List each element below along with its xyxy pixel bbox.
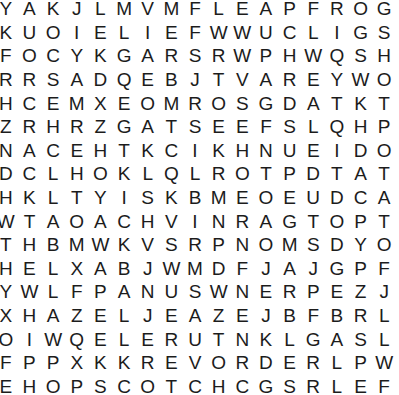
grid-cell-r4c8[interactable]: B (160, 68, 184, 92)
grid-cell-r15c10[interactable]: T (207, 327, 231, 351)
grid-cell-r1c9[interactable]: F (183, 0, 207, 21)
grid-cell-r7c8[interactable]: C (160, 139, 184, 163)
grid-cell-r14c10[interactable]: Z (207, 304, 231, 328)
grid-cell-r6c10[interactable]: E (207, 115, 231, 139)
grid-cell-r12c15[interactable]: G (325, 256, 349, 280)
grid-cell-r16c5[interactable]: K (89, 351, 113, 375)
grid-cell-r8c7[interactable]: L (136, 162, 160, 186)
grid-cell-r4c15[interactable]: Y (325, 68, 349, 92)
grid-cell-r1c3[interactable]: K (41, 0, 65, 21)
grid-cell-r2c9[interactable]: F (183, 21, 207, 45)
grid-cell-r9c17[interactable]: A (372, 186, 396, 210)
grid-cell-r10c8[interactable]: V (160, 209, 184, 233)
grid-cell-r13c5[interactable]: P (89, 280, 113, 304)
grid-cell-r9c8[interactable]: K (160, 186, 184, 210)
grid-cell-r5c1[interactable]: H (0, 91, 18, 115)
grid-cell-r15c5[interactable]: E (89, 327, 113, 351)
grid-cell-r5c8[interactable]: M (160, 91, 184, 115)
grid-cell-r14c17[interactable]: L (372, 304, 396, 328)
grid-cell-r8c6[interactable]: K (112, 162, 136, 186)
grid-cell-r2c5[interactable]: E (89, 21, 113, 45)
grid-cell-r15c14[interactable]: G (301, 327, 325, 351)
grid-cell-r17c14[interactable]: R (301, 374, 325, 395)
grid-cell-r7c10[interactable]: K (207, 139, 231, 163)
grid-cell-r15c2[interactable]: I (18, 327, 42, 351)
grid-cell-r4c11[interactable]: V (230, 68, 254, 92)
grid-cell-r4c9[interactable]: J (183, 68, 207, 92)
grid-cell-r14c16[interactable]: R (349, 304, 373, 328)
grid-cell-r13c7[interactable]: N (136, 280, 160, 304)
grid-cell-r8c4[interactable]: H (65, 162, 89, 186)
grid-cell-r6c13[interactable]: S (278, 115, 302, 139)
grid-cell-r15c15[interactable]: A (325, 327, 349, 351)
grid-cell-r17c4[interactable]: P (65, 374, 89, 395)
grid-cell-r8c11[interactable]: O (230, 162, 254, 186)
grid-cell-r17c1[interactable]: E (0, 374, 18, 395)
grid-cell-r10c14[interactable]: T (301, 209, 325, 233)
grid-cell-r17c15[interactable]: L (325, 374, 349, 395)
grid-cell-r9c7[interactable]: S (136, 186, 160, 210)
grid-cell-r14c9[interactable]: A (183, 304, 207, 328)
grid-cell-r11c8[interactable]: S (160, 233, 184, 257)
grid-cell-r10c13[interactable]: G (278, 209, 302, 233)
grid-cell-r10c16[interactable]: P (349, 209, 373, 233)
grid-cell-r17c16[interactable]: E (349, 374, 373, 395)
grid-cell-r5c10[interactable]: O (207, 91, 231, 115)
grid-cell-r2c4[interactable]: I (65, 21, 89, 45)
grid-cell-r5c12[interactable]: G (254, 91, 278, 115)
grid-cell-r16c8[interactable]: E (160, 351, 184, 375)
grid-cell-r2c13[interactable]: C (278, 21, 302, 45)
grid-cell-r13c17[interactable]: J (372, 280, 396, 304)
grid-cell-r17c9[interactable]: C (183, 374, 207, 395)
grid-cell-r17c10[interactable]: H (207, 374, 231, 395)
grid-cell-r11c2[interactable]: H (18, 233, 42, 257)
grid-cell-r13c14[interactable]: P (301, 280, 325, 304)
grid-cell-r6c6[interactable]: G (112, 115, 136, 139)
grid-cell-r13c11[interactable]: N (230, 280, 254, 304)
grid-cell-r11c9[interactable]: R (183, 233, 207, 257)
grid-cell-r12c2[interactable]: E (18, 256, 42, 280)
grid-cell-r16c15[interactable]: L (325, 351, 349, 375)
grid-cell-r6c12[interactable]: F (254, 115, 278, 139)
grid-cell-r15c12[interactable]: K (254, 327, 278, 351)
grid-cell-r16c6[interactable]: K (112, 351, 136, 375)
grid-cell-r13c13[interactable]: R (278, 280, 302, 304)
grid-cell-r10c17[interactable]: T (372, 209, 396, 233)
grid-cell-r1c17[interactable]: G (372, 0, 396, 21)
grid-cell-r6c16[interactable]: H (349, 115, 373, 139)
grid-cell-r10c6[interactable]: C (112, 209, 136, 233)
grid-cell-r4c5[interactable]: D (89, 68, 113, 92)
grid-cell-r11c13[interactable]: M (278, 233, 302, 257)
grid-cell-r4c3[interactable]: S (41, 68, 65, 92)
grid-cell-r9c4[interactable]: T (65, 186, 89, 210)
grid-cell-r7c17[interactable]: O (372, 139, 396, 163)
grid-cell-r15c3[interactable]: W (41, 327, 65, 351)
grid-cell-r5c3[interactable]: E (41, 91, 65, 115)
grid-cell-r12c5[interactable]: A (89, 256, 113, 280)
grid-cell-r5c16[interactable]: K (349, 91, 373, 115)
grid-cell-r2c7[interactable]: I (136, 21, 160, 45)
grid-cell-r7c15[interactable]: I (325, 139, 349, 163)
grid-cell-r16c2[interactable]: P (18, 351, 42, 375)
grid-cell-r9c14[interactable]: U (301, 186, 325, 210)
grid-cell-r15c7[interactable]: E (136, 327, 160, 351)
grid-cell-r5c6[interactable]: E (112, 91, 136, 115)
grid-cell-r8c5[interactable]: O (89, 162, 113, 186)
grid-cell-r6c4[interactable]: R (65, 115, 89, 139)
grid-cell-r5c9[interactable]: R (183, 91, 207, 115)
grid-cell-r10c12[interactable]: A (254, 209, 278, 233)
grid-cell-r2c10[interactable]: W (207, 21, 231, 45)
word-search-board: YAKJLMVMFLEAPFROGKUOIELIEFWWUCLIGSFOCYKG… (0, 0, 396, 395)
grid-cell-r3c11[interactable]: W (230, 44, 254, 68)
grid-cell-r4c1[interactable]: R (0, 68, 18, 92)
grid-cell-r14c5[interactable]: E (89, 304, 113, 328)
grid-cell-r8c13[interactable]: P (278, 162, 302, 186)
grid-cell-r1c4[interactable]: J (65, 0, 89, 21)
grid-cell-r6c5[interactable]: Z (89, 115, 113, 139)
grid-cell-r7c6[interactable]: T (112, 139, 136, 163)
grid-cell-r6c17[interactable]: P (372, 115, 396, 139)
grid-cell-r4c13[interactable]: R (278, 68, 302, 92)
grid-cell-r1c12[interactable]: A (254, 0, 278, 21)
grid-cell-r6c8[interactable]: T (160, 115, 184, 139)
grid-cell-r7c12[interactable]: N (254, 139, 278, 163)
grid-cell-r6c3[interactable]: H (41, 115, 65, 139)
grid-cell-r3c1[interactable]: F (0, 44, 18, 68)
grid-cell-r9c15[interactable]: D (325, 186, 349, 210)
grid-cell-r17c11[interactable]: C (230, 374, 254, 395)
grid-cell-r17c2[interactable]: H (18, 374, 42, 395)
grid-cell-r7c3[interactable]: C (41, 139, 65, 163)
grid-cell-r1c13[interactable]: P (278, 0, 302, 21)
grid-cell-r3c5[interactable]: K (89, 44, 113, 68)
grid-cell-r9c6[interactable]: I (112, 186, 136, 210)
grid-cell-r14c13[interactable]: B (278, 304, 302, 328)
grid-cell-r14c4[interactable]: Z (65, 304, 89, 328)
grid-cell-r3c9[interactable]: S (183, 44, 207, 68)
grid-cell-r15c8[interactable]: R (160, 327, 184, 351)
grid-cell-r8c10[interactable]: R (207, 162, 231, 186)
grid-cell-r7c16[interactable]: D (349, 139, 373, 163)
grid-cell-r16c14[interactable]: R (301, 351, 325, 375)
grid-cell-r8c1[interactable]: D (0, 162, 18, 186)
grid-cell-r17c5[interactable]: S (89, 374, 113, 395)
word-search-puzzle: YAKJLMVMFLEAPFROGKUOIELIEFWWUCLIGSFOCYKG… (0, 0, 399, 395)
grid-cell-r1c14[interactable]: F (301, 0, 325, 21)
grid-cell-r6c7[interactable]: A (136, 115, 160, 139)
grid-cell-r10c4[interactable]: O (65, 209, 89, 233)
grid-cell-r13c3[interactable]: L (41, 280, 65, 304)
grid-cell-r3c3[interactable]: C (41, 44, 65, 68)
grid-cell-r9c12[interactable]: O (254, 186, 278, 210)
grid-cell-r5c11[interactable]: S (230, 91, 254, 115)
grid-cell-r9c5[interactable]: Y (89, 186, 113, 210)
grid-cell-r10c7[interactable]: H (136, 209, 160, 233)
grid-cell-r3c7[interactable]: A (136, 44, 160, 68)
grid-cell-r14c8[interactable]: E (160, 304, 184, 328)
grid-cell-r7c4[interactable]: E (65, 139, 89, 163)
grid-cell-r14c7[interactable]: J (136, 304, 160, 328)
grid-cell-r17c7[interactable]: O (136, 374, 160, 395)
grid-cell-r1c11[interactable]: E (230, 0, 254, 21)
grid-cell-r4c17[interactable]: O (372, 68, 396, 92)
grid-cell-r7c5[interactable]: H (89, 139, 113, 163)
grid-cell-r13c1[interactable]: Y (0, 280, 18, 304)
grid-cell-r4c4[interactable]: A (65, 68, 89, 92)
grid-cell-r15c13[interactable]: L (278, 327, 302, 351)
grid-cell-r9c2[interactable]: K (18, 186, 42, 210)
grid-cell-r11c6[interactable]: K (112, 233, 136, 257)
grid-cell-r2c2[interactable]: U (18, 21, 42, 45)
grid-cell-r8c3[interactable]: L (41, 162, 65, 186)
grid-cell-r3c16[interactable]: S (349, 44, 373, 68)
grid-cell-r11c17[interactable]: O (372, 233, 396, 257)
grid-cell-r2c1[interactable]: K (0, 21, 18, 45)
grid-cell-r16c3[interactable]: P (41, 351, 65, 375)
grid-cell-r15c16[interactable]: S (349, 327, 373, 351)
grid-cell-r8c9[interactable]: L (183, 162, 207, 186)
grid-cell-r2c8[interactable]: E (160, 21, 184, 45)
grid-cell-r15c6[interactable]: L (112, 327, 136, 351)
grid-cell-r13c2[interactable]: W (18, 280, 42, 304)
grid-cell-r17c8[interactable]: T (160, 374, 184, 395)
grid-cell-r12c11[interactable]: F (230, 256, 254, 280)
grid-cell-r13c8[interactable]: U (160, 280, 184, 304)
grid-cell-r14c1[interactable]: X (0, 304, 18, 328)
grid-cell-r3c4[interactable]: Y (65, 44, 89, 68)
grid-cell-r5c2[interactable]: C (18, 91, 42, 115)
grid-cell-r1c2[interactable]: A (18, 0, 42, 21)
grid-cell-r4c2[interactable]: R (18, 68, 42, 92)
grid-cell-r16c13[interactable]: E (278, 351, 302, 375)
grid-cell-r16c11[interactable]: R (230, 351, 254, 375)
grid-cell-r4c7[interactable]: E (136, 68, 160, 92)
grid-cell-r6c9[interactable]: S (183, 115, 207, 139)
grid-cell-r4c10[interactable]: T (207, 68, 231, 92)
grid-cell-r9c1[interactable]: H (0, 186, 18, 210)
grid-cell-r2c16[interactable]: G (349, 21, 373, 45)
grid-cell-r5c7[interactable]: O (136, 91, 160, 115)
grid-cell-r13c6[interactable]: A (112, 280, 136, 304)
grid-cell-r16c4[interactable]: X (65, 351, 89, 375)
grid-cell-r7c2[interactable]: A (18, 139, 42, 163)
grid-cell-r12c10[interactable]: D (207, 256, 231, 280)
grid-cell-r1c5[interactable]: L (89, 0, 113, 21)
grid-cell-r10c15[interactable]: O (325, 209, 349, 233)
grid-cell-r16c16[interactable]: P (349, 351, 373, 375)
grid-cell-r17c12[interactable]: G (254, 374, 278, 395)
grid-cell-r1c10[interactable]: L (207, 0, 231, 21)
grid-cell-r10c5[interactable]: A (89, 209, 113, 233)
grid-cell-r3c8[interactable]: R (160, 44, 184, 68)
grid-cell-r6c15[interactable]: Q (325, 115, 349, 139)
grid-cell-r8c17[interactable]: T (372, 162, 396, 186)
grid-cell-r13c10[interactable]: W (207, 280, 231, 304)
grid-cell-r11c7[interactable]: V (136, 233, 160, 257)
grid-cell-r16c10[interactable]: O (207, 351, 231, 375)
grid-cell-r12c17[interactable]: F (372, 256, 396, 280)
grid-cell-r14c2[interactable]: H (18, 304, 42, 328)
grid-cell-r13c4[interactable]: F (65, 280, 89, 304)
grid-cell-r5c15[interactable]: T (325, 91, 349, 115)
grid-cell-r11c12[interactable]: O (254, 233, 278, 257)
grid-cell-r5c13[interactable]: D (278, 91, 302, 115)
grid-cell-r13c15[interactable]: E (325, 280, 349, 304)
grid-cell-r13c9[interactable]: S (183, 280, 207, 304)
grid-cell-r8c2[interactable]: C (18, 162, 42, 186)
grid-cell-r9c10[interactable]: M (207, 186, 231, 210)
grid-cell-r7c13[interactable]: U (278, 139, 302, 163)
grid-cell-r2c12[interactable]: U (254, 21, 278, 45)
grid-cell-r9c11[interactable]: E (230, 186, 254, 210)
grid-cell-r10c10[interactable]: N (207, 209, 231, 233)
grid-cell-r9c13[interactable]: E (278, 186, 302, 210)
grid-cell-r4c16[interactable]: W (349, 68, 373, 92)
grid-cell-r10c3[interactable]: A (41, 209, 65, 233)
grid-cell-r16c12[interactable]: D (254, 351, 278, 375)
grid-cell-r12c6[interactable]: B (112, 256, 136, 280)
grid-cell-r1c16[interactable]: O (349, 0, 373, 21)
grid-cell-r16c7[interactable]: R (136, 351, 160, 375)
grid-cell-r14c3[interactable]: A (41, 304, 65, 328)
grid-cell-r10c11[interactable]: R (230, 209, 254, 233)
grid-cell-r12c13[interactable]: A (278, 256, 302, 280)
grid-cell-r11c5[interactable]: W (89, 233, 113, 257)
grid-cell-r3c13[interactable]: H (278, 44, 302, 68)
grid-cell-r14c12[interactable]: J (254, 304, 278, 328)
grid-cell-r5c4[interactable]: M (65, 91, 89, 115)
grid-cell-r12c3[interactable]: L (41, 256, 65, 280)
grid-cell-r7c11[interactable]: H (230, 139, 254, 163)
grid-cell-r4c6[interactable]: Q (112, 68, 136, 92)
grid-cell-r3c2[interactable]: O (18, 44, 42, 68)
grid-cell-r13c16[interactable]: Z (349, 280, 373, 304)
grid-cell-r1c8[interactable]: M (160, 0, 184, 21)
grid-cell-r17c13[interactable]: S (278, 374, 302, 395)
grid-cell-r11c11[interactable]: N (230, 233, 254, 257)
grid-cell-r6c14[interactable]: L (301, 115, 325, 139)
grid-cell-r9c9[interactable]: B (183, 186, 207, 210)
grid-cell-r5c5[interactable]: X (89, 91, 113, 115)
grid-cell-r14c15[interactable]: B (325, 304, 349, 328)
grid-cell-r11c15[interactable]: D (325, 233, 349, 257)
grid-cell-r12c8[interactable]: W (160, 256, 184, 280)
grid-cell-r16c9[interactable]: V (183, 351, 207, 375)
grid-cell-r6c11[interactable]: E (230, 115, 254, 139)
grid-cell-r13c12[interactable]: E (254, 280, 278, 304)
grid-cell-r17c17[interactable]: F (372, 374, 396, 395)
grid-cell-r12c12[interactable]: J (254, 256, 278, 280)
grid-cell-r3c10[interactable]: R (207, 44, 231, 68)
grid-cell-r1c6[interactable]: M (112, 0, 136, 21)
grid-cell-r3c15[interactable]: Q (325, 44, 349, 68)
grid-cell-r5c14[interactable]: A (301, 91, 325, 115)
grid-cell-r8c14[interactable]: D (301, 162, 325, 186)
grid-cell-r16c17[interactable]: W (372, 351, 396, 375)
grid-cell-r7c1[interactable]: N (0, 139, 18, 163)
grid-cell-r5c17[interactable]: T (372, 91, 396, 115)
grid-cell-r8c12[interactable]: T (254, 162, 278, 186)
grid-cell-r14c14[interactable]: F (301, 304, 325, 328)
grid-cell-r7c14[interactable]: E (301, 139, 325, 163)
grid-cell-r2c15[interactable]: I (325, 21, 349, 45)
grid-cell-r3c6[interactable]: G (112, 44, 136, 68)
grid-cell-r12c4[interactable]: X (65, 256, 89, 280)
grid-cell-r11c3[interactable]: B (41, 233, 65, 257)
grid-cell-r8c8[interactable]: Q (160, 162, 184, 186)
grid-cell-r2c3[interactable]: O (41, 21, 65, 45)
grid-cell-r6c1[interactable]: Z (0, 115, 18, 139)
grid-cell-r11c14[interactable]: S (301, 233, 325, 257)
grid-cell-r11c4[interactable]: M (65, 233, 89, 257)
grid-cell-r3c17[interactable]: H (372, 44, 396, 68)
grid-cell-r2c17[interactable]: S (372, 21, 396, 45)
grid-cell-r11c1[interactable]: T (0, 233, 18, 257)
grid-cell-r1c7[interactable]: V (136, 0, 160, 21)
grid-cell-r3c12[interactable]: P (254, 44, 278, 68)
grid-cell-r12c7[interactable]: J (136, 256, 160, 280)
grid-cell-r11c10[interactable]: P (207, 233, 231, 257)
grid-cell-r15c11[interactable]: N (230, 327, 254, 351)
grid-cell-r2c6[interactable]: L (112, 21, 136, 45)
grid-cell-r9c3[interactable]: L (41, 186, 65, 210)
grid-cell-r15c17[interactable]: L (372, 327, 396, 351)
grid-cell-r3c14[interactable]: W (301, 44, 325, 68)
grid-cell-r16c1[interactable]: F (0, 351, 18, 375)
grid-cell-r7c9[interactable]: I (183, 139, 207, 163)
grid-cell-r17c3[interactable]: O (41, 374, 65, 395)
grid-cell-r12c9[interactable]: M (183, 256, 207, 280)
grid-cell-r10c2[interactable]: T (18, 209, 42, 233)
grid-cell-r15c1[interactable]: O (0, 327, 18, 351)
grid-cell-r15c9[interactable]: U (183, 327, 207, 351)
grid-cell-r1c1[interactable]: Y (0, 0, 18, 21)
grid-cell-r7c7[interactable]: K (136, 139, 160, 163)
grid-cell-r12c16[interactable]: P (349, 256, 373, 280)
grid-cell-r2c11[interactable]: W (230, 21, 254, 45)
grid-cell-r12c1[interactable]: H (0, 256, 18, 280)
grid-cell-r10c9[interactable]: I (183, 209, 207, 233)
grid-cell-r10c1[interactable]: W (0, 209, 18, 233)
grid-cell-r14c11[interactable]: E (230, 304, 254, 328)
grid-cell-r4c12[interactable]: A (254, 68, 278, 92)
grid-cell-r11c16[interactable]: Y (349, 233, 373, 257)
grid-cell-r6c2[interactable]: R (18, 115, 42, 139)
grid-cell-r1c15[interactable]: R (325, 0, 349, 21)
grid-cell-r8c15[interactable]: T (325, 162, 349, 186)
grid-cell-r14c6[interactable]: L (112, 304, 136, 328)
grid-cell-r17c6[interactable]: C (112, 374, 136, 395)
grid-cell-r4c14[interactable]: E (301, 68, 325, 92)
grid-cell-r2c14[interactable]: L (301, 21, 325, 45)
grid-cell-r8c16[interactable]: A (349, 162, 373, 186)
grid-cell-r15c4[interactable]: Q (65, 327, 89, 351)
grid-cell-r12c14[interactable]: J (301, 256, 325, 280)
grid-cell-r9c16[interactable]: C (349, 186, 373, 210)
